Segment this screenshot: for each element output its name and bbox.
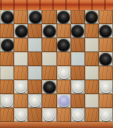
square-h1[interactable] — [99, 108, 113, 122]
square-g1[interactable] — [85, 108, 99, 122]
black-piece[interactable] — [1, 11, 14, 24]
square-a6[interactable] — [0, 38, 14, 52]
square-e6[interactable] — [57, 38, 71, 52]
checkers-board[interactable] — [0, 10, 113, 122]
selected-white-piece[interactable] — [58, 95, 70, 107]
board-frame-bottom — [0, 122, 113, 128]
square-b8[interactable] — [14, 10, 28, 24]
square-e8[interactable] — [57, 10, 71, 24]
black-piece[interactable] — [85, 11, 98, 24]
black-piece[interactable] — [15, 25, 28, 38]
square-c7[interactable] — [28, 24, 42, 38]
white-piece[interactable] — [100, 109, 112, 121]
square-c6[interactable] — [28, 38, 42, 52]
white-piece[interactable] — [43, 109, 55, 121]
square-d4[interactable] — [42, 66, 56, 80]
square-g4[interactable] — [85, 66, 99, 80]
square-g3[interactable] — [85, 80, 99, 94]
black-piece[interactable] — [1, 39, 14, 52]
black-piece[interactable] — [99, 25, 112, 38]
white-piece[interactable] — [100, 81, 112, 93]
white-piece[interactable] — [72, 81, 84, 93]
square-f3[interactable] — [71, 80, 85, 94]
checkers-game-window — [0, 0, 113, 128]
square-a2[interactable] — [0, 94, 14, 108]
square-a3[interactable] — [0, 80, 14, 94]
square-c3[interactable] — [28, 80, 42, 94]
square-g5[interactable] — [85, 52, 99, 66]
square-g8[interactable] — [85, 10, 99, 24]
square-e3[interactable] — [57, 80, 71, 94]
square-e7[interactable] — [57, 24, 71, 38]
square-c1[interactable] — [28, 108, 42, 122]
square-c5[interactable] — [28, 52, 42, 66]
square-g2[interactable] — [85, 94, 99, 108]
square-e4[interactable] — [57, 66, 71, 80]
square-b3[interactable] — [14, 80, 28, 94]
square-c8[interactable] — [28, 10, 42, 24]
square-h3[interactable] — [99, 80, 113, 94]
white-piece[interactable] — [29, 95, 41, 107]
square-d8[interactable] — [42, 10, 56, 24]
white-piece[interactable] — [72, 109, 84, 121]
square-h7[interactable] — [99, 24, 113, 38]
square-c2[interactable] — [28, 94, 42, 108]
square-b2[interactable] — [14, 94, 28, 108]
square-d7[interactable] — [42, 24, 56, 38]
square-f4[interactable] — [71, 66, 85, 80]
square-b1[interactable] — [14, 108, 28, 122]
square-f1[interactable] — [71, 108, 85, 122]
square-h4[interactable] — [99, 66, 113, 80]
square-f6[interactable] — [71, 38, 85, 52]
board-frame-top — [0, 0, 113, 10]
square-a1[interactable] — [0, 108, 14, 122]
square-c4[interactable] — [28, 66, 42, 80]
square-f2[interactable] — [71, 94, 85, 108]
square-e1[interactable] — [57, 108, 71, 122]
square-e2[interactable] — [57, 94, 71, 108]
black-piece[interactable] — [99, 53, 112, 66]
white-piece[interactable] — [15, 81, 27, 93]
square-b6[interactable] — [14, 38, 28, 52]
black-piece[interactable] — [43, 81, 56, 94]
square-h6[interactable] — [99, 38, 113, 52]
square-b4[interactable] — [14, 66, 28, 80]
square-d1[interactable] — [42, 108, 56, 122]
square-d3[interactable] — [42, 80, 56, 94]
square-a8[interactable] — [0, 10, 14, 24]
square-b7[interactable] — [14, 24, 28, 38]
white-piece[interactable] — [15, 109, 27, 121]
white-piece[interactable] — [58, 67, 70, 79]
square-a7[interactable] — [0, 24, 14, 38]
square-f8[interactable] — [71, 10, 85, 24]
white-piece[interactable] — [1, 95, 13, 107]
black-piece[interactable] — [57, 11, 70, 24]
square-f7[interactable] — [71, 24, 85, 38]
square-a5[interactable] — [0, 52, 14, 66]
square-d5[interactable] — [42, 52, 56, 66]
black-piece[interactable] — [71, 25, 84, 38]
square-g7[interactable] — [85, 24, 99, 38]
square-h8[interactable] — [99, 10, 113, 24]
square-a4[interactable] — [0, 66, 14, 80]
black-piece[interactable] — [57, 39, 70, 52]
square-g6[interactable] — [85, 38, 99, 52]
square-h5[interactable] — [99, 52, 113, 66]
square-e5[interactable] — [57, 52, 71, 66]
square-d6[interactable] — [42, 38, 56, 52]
square-b5[interactable] — [14, 52, 28, 66]
square-d2[interactable] — [42, 94, 56, 108]
square-f5[interactable] — [71, 52, 85, 66]
black-piece[interactable] — [29, 11, 42, 24]
black-piece[interactable] — [43, 25, 56, 38]
square-h2[interactable] — [99, 94, 113, 108]
